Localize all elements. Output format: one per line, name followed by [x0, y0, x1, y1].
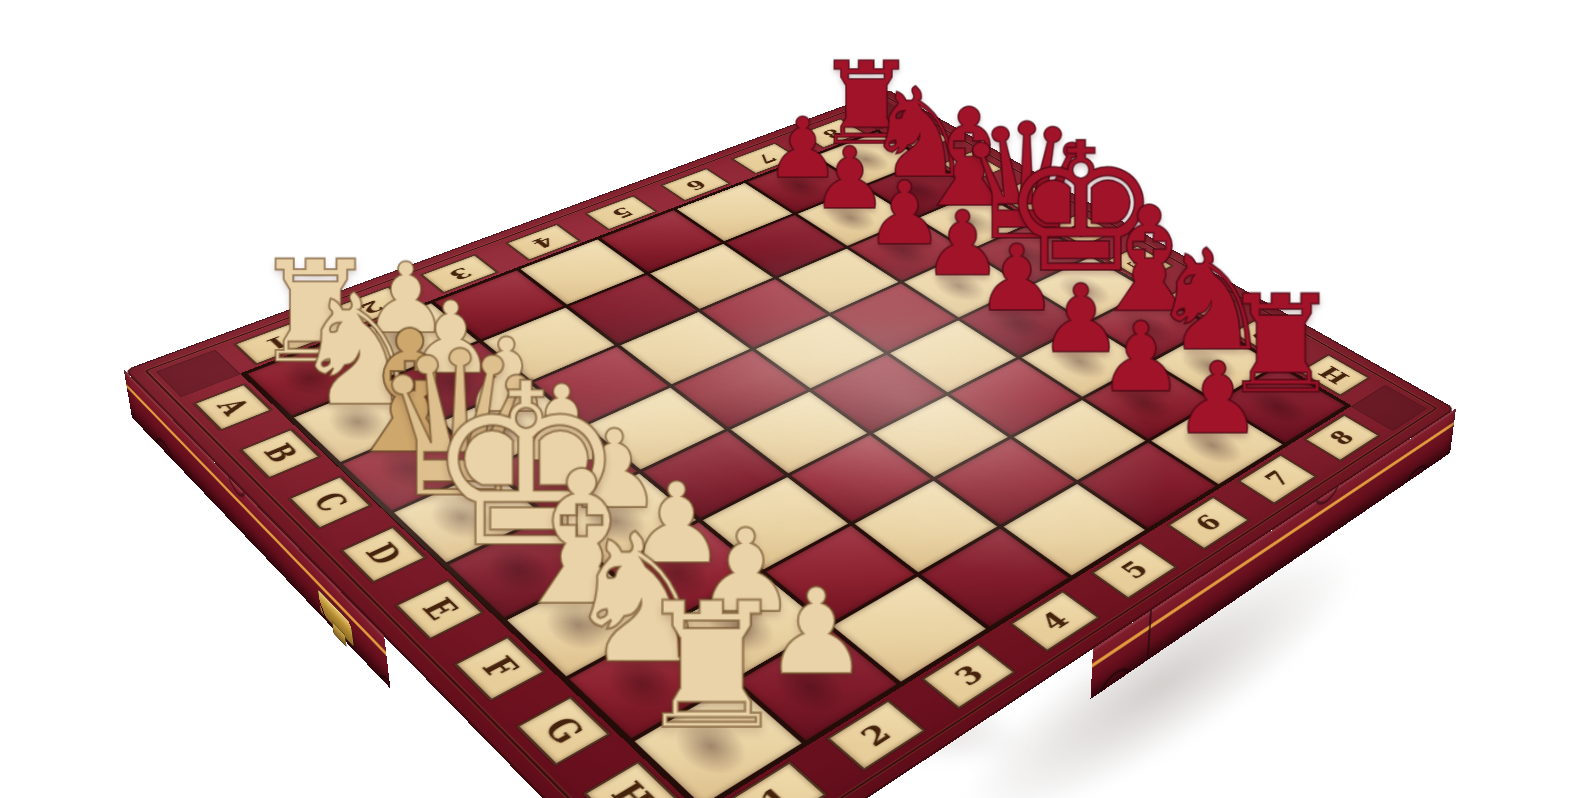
file-label-g: G — [537, 712, 589, 749]
file-label-f: F — [1185, 290, 1218, 308]
rank-label-7: 7 — [752, 151, 779, 164]
file-label-d: D — [359, 539, 407, 569]
rank-label-6: 6 — [1191, 511, 1226, 534]
file-label-a: A — [905, 130, 936, 145]
piece-red-pawn-g7[interactable]: ♟ — [1098, 309, 1185, 406]
file-label-c: C — [307, 489, 353, 516]
rank-label-cell-6: 6 — [1167, 496, 1250, 550]
rank-label-7: 7 — [1261, 468, 1295, 489]
file-label-e: E — [416, 594, 464, 624]
piece-red-pawn-h7[interactable]: ♟ — [1173, 349, 1262, 448]
rank-label-5: 5 — [1117, 558, 1153, 582]
rank-label-5: 5 — [607, 205, 635, 220]
product-photo-scene: ABCDEFGH ABCDEFGH 87654321 87654321 ♜♞♝♛… — [0, 0, 1594, 798]
file-label-b: B — [955, 158, 988, 174]
file-label-b: B — [257, 440, 302, 466]
box-halves-seam — [1147, 609, 1153, 660]
file-label-d: D — [1064, 221, 1099, 239]
rank-label-1: 1 — [755, 783, 797, 798]
file-label-h: H — [604, 777, 660, 798]
rank-label-8: 8 — [819, 127, 845, 140]
piece-white-rook-h1[interactable]: ♜ — [633, 580, 789, 754]
rank-label-2: 2 — [856, 720, 896, 750]
file-label-e: E — [1124, 254, 1157, 272]
stage: ABCDEFGH ABCDEFGH 87654321 87654321 ♜♞♝♛… — [0, 0, 1594, 798]
rank-label-4: 4 — [1036, 608, 1073, 634]
rank-label-3: 3 — [950, 662, 988, 690]
file-label-a: A — [211, 395, 254, 419]
brass-clasp — [317, 588, 354, 647]
file-label-h: H — [1315, 363, 1354, 386]
chess-board: ABCDEFGH ABCDEFGH 87654321 87654321 ♜♞♝♛… — [124, 90, 1455, 798]
file-label-c: C — [1009, 189, 1042, 205]
rank-label-8: 8 — [1326, 428, 1359, 448]
square-f4[interactable] — [791, 435, 931, 521]
rank-label-4: 4 — [528, 234, 557, 250]
file-label-f: F — [476, 652, 524, 683]
rank-label-6: 6 — [682, 177, 709, 191]
